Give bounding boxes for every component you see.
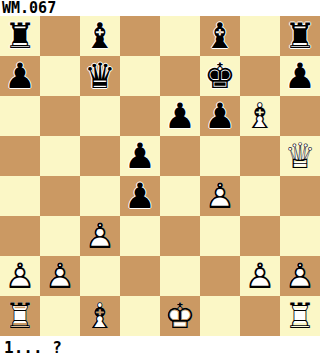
square-f2[interactable] [200, 256, 240, 296]
square-a2[interactable]: ♟♙ [0, 256, 40, 296]
square-h5[interactable]: ♛♕ [280, 136, 320, 176]
square-b5[interactable] [40, 136, 80, 176]
black-pawn-icon: ♟ [120, 136, 160, 176]
white-rook-icon: ♜ [280, 296, 320, 336]
square-a3[interactable] [0, 216, 40, 256]
black-pawn-icon: ♟ [200, 96, 240, 136]
square-f8[interactable]: ♝ [200, 16, 240, 56]
white-rook-icon: ♜ [0, 296, 40, 336]
footer-strip: 1... ? [0, 336, 320, 360]
white-pawn-icon: ♟ [40, 256, 80, 296]
square-f3[interactable] [200, 216, 240, 256]
square-h2[interactable]: ♟♙ [280, 256, 320, 296]
black-pawn-icon: ♟ [0, 56, 40, 96]
black-king-icon: ♚ [200, 56, 240, 96]
square-g2[interactable]: ♟♙ [240, 256, 280, 296]
white-pawn-icon: ♟ [200, 176, 240, 216]
square-e4[interactable] [160, 176, 200, 216]
square-d6[interactable] [120, 96, 160, 136]
square-g7[interactable] [240, 56, 280, 96]
square-a6[interactable] [0, 96, 40, 136]
square-h8[interactable]: ♜ [280, 16, 320, 56]
square-h4[interactable] [280, 176, 320, 216]
square-e8[interactable] [160, 16, 200, 56]
square-f4[interactable]: ♟♙ [200, 176, 240, 216]
square-g4[interactable] [240, 176, 280, 216]
square-g6[interactable]: ♝♗ [240, 96, 280, 136]
square-g1[interactable] [240, 296, 280, 336]
square-e7[interactable] [160, 56, 200, 96]
square-h3[interactable] [280, 216, 320, 256]
square-h1[interactable]: ♜♖ [280, 296, 320, 336]
white-pawn-icon: ♟ [240, 256, 280, 296]
square-e6[interactable]: ♟ [160, 96, 200, 136]
square-c4[interactable] [80, 176, 120, 216]
white-bishop-outline-icon: ♗ [80, 296, 120, 336]
chess-board: ♜♝♝♜♟♛♚♟♟♟♝♗♟♛♕♟♟♙♟♙♟♙♟♙♟♙♟♙♜♖♝♗♚♔♜♖ [0, 16, 320, 336]
square-d1[interactable] [120, 296, 160, 336]
black-bishop-icon: ♝ [80, 16, 120, 56]
square-c8[interactable]: ♝ [80, 16, 120, 56]
square-e5[interactable] [160, 136, 200, 176]
square-a1[interactable]: ♜♖ [0, 296, 40, 336]
square-b6[interactable] [40, 96, 80, 136]
square-a7[interactable]: ♟ [0, 56, 40, 96]
square-c1[interactable]: ♝♗ [80, 296, 120, 336]
square-g5[interactable] [240, 136, 280, 176]
square-b1[interactable] [40, 296, 80, 336]
square-d4[interactable]: ♟ [120, 176, 160, 216]
white-pawn-outline-icon: ♙ [80, 216, 120, 256]
white-pawn-icon: ♟ [80, 216, 120, 256]
square-a8[interactable]: ♜ [0, 16, 40, 56]
square-a5[interactable] [0, 136, 40, 176]
square-h6[interactable] [280, 96, 320, 136]
square-b7[interactable] [40, 56, 80, 96]
square-f6[interactable]: ♟ [200, 96, 240, 136]
square-e3[interactable] [160, 216, 200, 256]
black-queen-icon: ♛ [80, 56, 120, 96]
square-b4[interactable] [40, 176, 80, 216]
square-g3[interactable] [240, 216, 280, 256]
black-pawn-icon: ♟ [120, 176, 160, 216]
square-e1[interactable]: ♚♔ [160, 296, 200, 336]
square-d3[interactable] [120, 216, 160, 256]
white-pawn-icon: ♟ [280, 256, 320, 296]
white-pawn-outline-icon: ♙ [0, 256, 40, 296]
square-c7[interactable]: ♛ [80, 56, 120, 96]
square-c5[interactable] [80, 136, 120, 176]
square-c6[interactable] [80, 96, 120, 136]
puzzle-id: WM.067 [0, 0, 56, 16]
square-d8[interactable] [120, 16, 160, 56]
white-pawn-outline-icon: ♙ [200, 176, 240, 216]
white-pawn-outline-icon: ♙ [280, 256, 320, 296]
white-queen-outline-icon: ♕ [280, 136, 320, 176]
white-king-outline-icon: ♔ [160, 296, 200, 336]
black-pawn-icon: ♟ [280, 56, 320, 96]
black-pawn-icon: ♟ [160, 96, 200, 136]
black-bishop-icon: ♝ [200, 16, 240, 56]
square-g8[interactable] [240, 16, 280, 56]
white-bishop-outline-icon: ♗ [240, 96, 280, 136]
white-rook-outline-icon: ♖ [280, 296, 320, 336]
white-rook-outline-icon: ♖ [0, 296, 40, 336]
black-rook-icon: ♜ [280, 16, 320, 56]
square-b2[interactable]: ♟♙ [40, 256, 80, 296]
white-queen-icon: ♛ [280, 136, 320, 176]
black-rook-icon: ♜ [0, 16, 40, 56]
square-a4[interactable] [0, 176, 40, 216]
header-strip: WM.067 [0, 0, 320, 16]
square-b8[interactable] [40, 16, 80, 56]
move-prompt: 1... ? [0, 336, 62, 360]
square-c3[interactable]: ♟♙ [80, 216, 120, 256]
square-f1[interactable] [200, 296, 240, 336]
square-h7[interactable]: ♟ [280, 56, 320, 96]
square-f7[interactable]: ♚ [200, 56, 240, 96]
square-c2[interactable] [80, 256, 120, 296]
square-f5[interactable] [200, 136, 240, 176]
white-bishop-icon: ♝ [240, 96, 280, 136]
white-pawn-outline-icon: ♙ [40, 256, 80, 296]
white-king-icon: ♚ [160, 296, 200, 336]
square-d2[interactable] [120, 256, 160, 296]
white-bishop-icon: ♝ [80, 296, 120, 336]
square-e2[interactable] [160, 256, 200, 296]
square-b3[interactable] [40, 216, 80, 256]
square-d7[interactable] [120, 56, 160, 96]
square-d5[interactable]: ♟ [120, 136, 160, 176]
white-pawn-icon: ♟ [0, 256, 40, 296]
white-pawn-outline-icon: ♙ [240, 256, 280, 296]
